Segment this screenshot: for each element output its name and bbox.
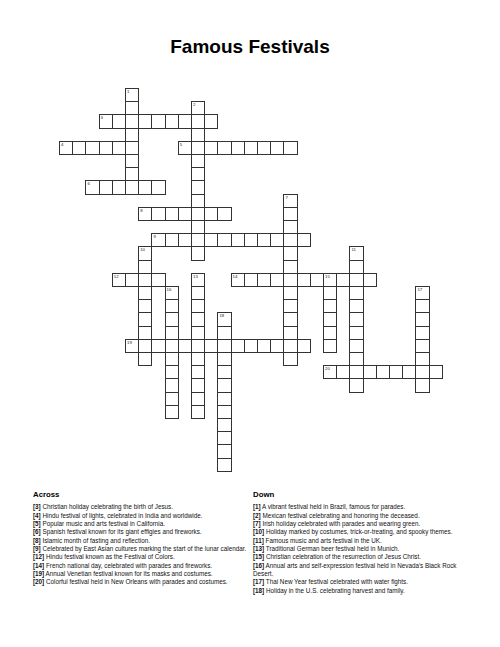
down-header: Down [253,491,469,499]
grid-cell[interactable] [323,312,337,326]
grid-cell[interactable] [363,365,377,379]
grid-cell[interactable] [415,365,429,379]
grid-cell[interactable] [125,128,139,142]
grid-cell[interactable] [138,352,152,366]
grid-cell[interactable] [415,299,429,313]
clue-number: [2] [253,512,261,519]
grid-cell[interactable] [283,207,297,221]
clue-number-label: 18 [219,314,224,318]
grid-cell[interactable] [257,233,271,247]
grid-cell[interactable] [415,312,429,326]
grid-cell[interactable] [138,260,152,274]
grid-cell[interactable] [231,339,245,353]
grid-cell[interactable] [204,114,218,128]
clue-number: [15] [253,553,264,560]
grid-cell[interactable] [125,114,139,128]
clue-number-label: 6 [87,182,89,186]
grid-cell[interactable] [283,352,297,366]
grid-cell[interactable] [191,405,205,419]
grid-cell[interactable] [244,273,258,287]
grid-cell[interactable] [125,101,139,115]
grid-cell[interactable] [283,339,297,353]
clue-number: [20] [33,578,44,585]
grid-cell[interactable] [323,286,337,300]
clue-number-label: 17 [417,288,422,292]
clue-number-label: 20 [325,367,330,371]
grid-cell[interactable] [165,378,179,392]
grid-cell[interactable] [191,207,205,221]
grid-cell[interactable] [138,339,152,353]
clue-number-label: 7 [285,196,287,200]
grid-cell[interactable] [138,326,152,340]
grid-cell[interactable] [270,339,284,353]
clue-number-label: 11 [351,248,355,252]
grid-cell[interactable] [415,352,429,366]
clue-number: [9] [33,545,41,552]
grid-cell[interactable] [283,326,297,340]
grid-cell[interactable] [178,207,192,221]
grid-cell[interactable] [99,141,113,155]
clue-number-label: 14 [233,275,238,279]
grid-cell[interactable] [151,114,165,128]
clue-number: [16] [253,562,264,569]
grid-cell[interactable] [191,246,205,260]
grid-cell[interactable] [151,273,165,287]
grid-cell[interactable] [217,418,231,432]
grid-cell[interactable] [165,352,179,366]
clue-item: [16] Annual arts and self-expression fes… [253,562,469,579]
grid-cell[interactable] [349,286,363,300]
grid-cell[interactable] [191,233,205,247]
grid-cell[interactable] [138,180,152,194]
grid-cell[interactable] [283,141,297,155]
grid-cell[interactable] [191,286,205,300]
grid-cell[interactable] [244,141,258,155]
clue-item: [3] Christian holiday celebrating the bi… [33,503,249,511]
clue-item: [12] Hindu festival known as the Festiva… [33,553,249,561]
grid-cell[interactable] [349,299,363,313]
clue-item: [15] Christian celebration of the resurr… [253,553,469,561]
grid-cell[interactable] [125,141,139,155]
grid-cell[interactable] [349,378,363,392]
across-header: Across [33,491,249,499]
grid-cell[interactable] [191,114,205,128]
grid-cell[interactable] [336,365,350,379]
grid-cell[interactable] [165,114,179,128]
grid-cell[interactable] [270,141,284,155]
clue-number: [13] [253,545,264,552]
clue-item: [7] Irish holiday celebrated with parade… [253,520,469,528]
grid-cell[interactable] [112,114,126,128]
grid-cell[interactable] [191,352,205,366]
clue-number-label: 4 [61,143,63,147]
grid-cell[interactable] [165,207,179,221]
grid-cell[interactable] [191,220,205,234]
grid-cell[interactable] [204,207,218,221]
clue-number: [7] [253,520,261,527]
grid-cell[interactable] [138,286,152,300]
down-clues-section: Down [1] A vibrant festival held in Braz… [253,491,469,595]
clue-item: [2] Mexican festival celebrating and hon… [253,512,469,520]
grid-cell[interactable] [349,339,363,353]
clue-number: [10] [253,528,264,535]
grid-cell[interactable] [125,273,139,287]
grid-cell[interactable] [297,273,311,287]
grid-cell[interactable] [270,273,284,287]
grid-cell[interactable] [283,220,297,234]
grid-cell[interactable] [191,378,205,392]
grid-cell[interactable] [125,154,139,168]
clue-number: [17] [253,578,264,585]
grid-cell[interactable] [323,326,337,340]
grid-cell[interactable] [138,273,152,287]
grid-cell[interactable] [402,365,416,379]
grid-cell[interactable] [191,339,205,353]
grid-cell[interactable] [112,141,126,155]
grid-cell[interactable] [191,365,205,379]
grid-cell[interactable] [204,339,218,353]
clue-number: [14] [33,562,44,569]
grid-cell[interactable] [191,180,205,194]
clue-number-label: 3 [101,116,103,120]
grid-cell[interactable] [191,392,205,406]
grid-cell[interactable] [165,365,179,379]
grid-cell[interactable] [217,405,231,419]
clue-number-label: 19 [127,341,132,345]
clue-item: [19] Annual Venetian festival known for … [33,570,249,578]
grid-cell[interactable] [125,167,139,181]
grid-cell[interactable] [191,312,205,326]
grid-cell[interactable] [217,352,231,366]
grid-cell[interactable] [283,312,297,326]
grid-cell[interactable] [151,339,165,353]
grid-cell[interactable] [415,378,429,392]
clue-item: [6] Spanish festival known for its giant… [33,528,249,536]
grid-cell[interactable] [178,233,192,247]
grid-cell[interactable] [165,405,179,419]
grid-cell[interactable] [389,365,403,379]
grid-cell[interactable] [178,114,192,128]
clue-item: [1] A vibrant festival held in Brazil, f… [253,503,469,511]
grid-cell[interactable] [297,339,311,353]
grid-cell[interactable] [283,260,297,274]
grid-cell[interactable] [349,352,363,366]
grid-cell[interactable] [112,180,126,194]
grid-cell[interactable] [217,392,231,406]
grid-cell[interactable] [204,141,218,155]
grid-cell[interactable] [85,141,99,155]
clue-number: [1] [253,503,261,510]
grid-cell[interactable] [191,326,205,340]
grid-cell[interactable] [165,339,179,353]
grid-cell[interactable] [191,128,205,142]
grid-cell[interactable] [283,233,297,247]
clue-item: [10] Holiday marked by costumes, trick-o… [253,528,469,536]
grid-cell[interactable] [257,141,271,155]
grid-cell[interactable] [349,273,363,287]
grid-cell[interactable] [191,141,205,155]
grid-cell[interactable] [349,260,363,274]
grid-cell[interactable] [257,339,271,353]
clue-item: [13] Traditional German beer festival he… [253,545,469,553]
grid-cell[interactable] [323,299,337,313]
clue-item: [14] French national day, celebrated wit… [33,562,249,570]
grid-cell[interactable] [191,154,205,168]
grid-cell[interactable] [217,326,231,340]
grid-cell[interactable] [283,286,297,300]
grid-cell[interactable] [217,444,231,458]
page-title: Famous Festivals [0,36,500,58]
grid-cell[interactable] [151,207,165,221]
clue-item: [17] Thai New Year festival celebrated w… [253,578,469,586]
grid-cell[interactable] [138,299,152,313]
clue-number: [8] [33,537,41,544]
clue-number: [5] [33,520,41,527]
clue-number: [18] [253,587,264,594]
clue-item: [20] Colorful festival held in New Orlea… [33,578,249,586]
grid-cell[interactable] [204,233,218,247]
clue-number: [6] [33,528,41,535]
grid-cell[interactable] [191,299,205,313]
grid-cell[interactable] [217,207,231,221]
clue-number-label: 8 [140,209,142,213]
grid-cell[interactable] [217,365,231,379]
grid-cell[interactable] [283,299,297,313]
clue-number: [4] [33,512,41,519]
grid-cell[interactable] [178,339,192,353]
grid-cell[interactable] [231,233,245,247]
clue-item: [18] Holiday in the U.S. celebrating har… [253,587,469,595]
clue-number: [11] [253,537,264,544]
grid-cell[interactable] [165,299,179,313]
grid-cell[interactable] [429,365,443,379]
clue-number-label: 16 [167,288,172,292]
grid-cell[interactable] [257,273,271,287]
grid-cell[interactable] [283,273,297,287]
grid-cell[interactable] [336,273,350,287]
grid-cell[interactable] [310,273,324,287]
clue-number-label: 1 [127,90,129,94]
down-clue-list: [1] A vibrant festival held in Brazil, f… [253,503,469,595]
grid-cell[interactable] [125,180,139,194]
crossword-grid: 1234567891011121314151617181920 [59,88,442,471]
clue-number-label: 13 [193,275,198,279]
clue-number: [3] [33,503,41,510]
grid-cell[interactable] [349,312,363,326]
clue-number-label: 9 [153,235,155,239]
grid-cell[interactable] [138,114,152,128]
clue-number: [19] [33,570,44,577]
clue-number-label: 2 [193,103,195,107]
grid-cell[interactable] [244,233,258,247]
grid-cell[interactable] [323,339,337,353]
across-clue-list: [3] Christian holiday celebrating the bi… [33,503,249,586]
across-clues-section: Across [3] Christian holiday celebrating… [33,491,249,587]
clue-number-label: 5 [180,143,182,147]
grid-cell[interactable] [138,312,152,326]
grid-cell[interactable] [217,458,231,472]
grid-cell[interactable] [415,339,429,353]
clue-item: [8] Islamic month of fasting and reflect… [33,537,249,545]
grid-cell[interactable] [244,339,258,353]
grid-cell[interactable] [151,180,165,194]
grid-cell[interactable] [99,180,113,194]
grid-cell[interactable] [217,431,231,445]
grid-cell[interactable] [415,326,429,340]
clue-item: [5] Popular music and arts festival in C… [33,520,249,528]
clue-number-label: 12 [114,275,119,279]
grid-cell[interactable] [270,233,284,247]
clue-item: [9] Celebrated by East Asian cultures ma… [33,545,249,553]
clue-number: [12] [33,553,44,560]
grid-cell[interactable] [376,365,390,379]
grid-cell[interactable] [217,378,231,392]
grid-cell[interactable] [191,194,205,208]
clue-number-label: 15 [325,275,330,279]
grid-cell[interactable] [217,141,231,155]
clue-number-label: 10 [140,248,145,252]
clue-item: [11] Famous music and arts festival in t… [253,537,469,545]
grid-cell[interactable] [165,312,179,326]
grid-cell[interactable] [297,233,311,247]
grid-cell[interactable] [363,273,377,287]
clue-item: [4] Hindu festival of lights, celebrated… [33,512,249,520]
grid-cell[interactable] [349,326,363,340]
grid-cell[interactable] [217,233,231,247]
grid-cell[interactable] [165,392,179,406]
grid-cell[interactable] [165,233,179,247]
grid-cell[interactable] [217,339,231,353]
grid-cell[interactable] [349,365,363,379]
grid-cell[interactable] [231,141,245,155]
grid-cell[interactable] [165,326,179,340]
grid-cell[interactable] [191,167,205,181]
grid-cell[interactable] [283,246,297,260]
grid-cell[interactable] [72,141,86,155]
